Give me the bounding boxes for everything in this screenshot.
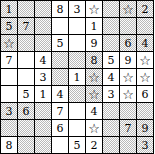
cell-r3c4: 5	[52, 35, 68, 51]
cell-r6c7: 3	[103, 86, 119, 102]
cell-r5c4[interactable]	[52, 69, 68, 85]
star-icon: ☆	[122, 88, 134, 101]
cell-r6c3: 1	[35, 86, 51, 102]
cell-r7c5[interactable]	[69, 103, 85, 119]
cell-r6c4: 4	[52, 86, 68, 102]
cell-r4c6: 8	[86, 52, 102, 68]
cell-r6c5[interactable]	[69, 86, 85, 102]
cell-r9c5: 5	[69, 137, 85, 153]
star-icon: ☆	[88, 71, 100, 84]
cell-r2c5[interactable]	[69, 18, 85, 34]
star-icon: ☆	[88, 3, 100, 16]
cell-r5c2[interactable]	[18, 69, 34, 85]
cell-r6c1[interactable]	[1, 86, 17, 102]
cell-r2c9[interactable]	[137, 18, 153, 34]
cell-r8c1[interactable]	[1, 120, 17, 136]
cell-r8c6: ☆	[86, 120, 102, 136]
cell-r5c6: ☆	[86, 69, 102, 85]
cell-r8c5[interactable]	[69, 120, 85, 136]
cell-r3c6: 9	[86, 35, 102, 51]
cell-r8c2[interactable]	[18, 120, 34, 136]
cell-r1c8: ☆	[120, 1, 136, 17]
cell-r7c6: 4	[86, 103, 102, 119]
cell-r9c1: 8	[1, 137, 17, 153]
cell-r1c9: 2	[137, 1, 153, 17]
cell-r2c3[interactable]	[35, 18, 51, 34]
cell-r1c2[interactable]	[18, 1, 34, 17]
cell-r9c8[interactable]	[120, 137, 136, 153]
star-icon: ☆	[122, 3, 134, 16]
star-icon: ☆	[88, 122, 100, 135]
cell-r5c5: 1	[69, 69, 85, 85]
cell-r3c7[interactable]	[103, 35, 119, 51]
cell-r4c1: 7	[1, 52, 17, 68]
cell-r2c6: 1	[86, 18, 102, 34]
cell-r4c2[interactable]	[18, 52, 34, 68]
cell-r7c1: 3	[1, 103, 17, 119]
cell-r9c3[interactable]	[35, 137, 51, 153]
cell-r6c6: ☆	[86, 86, 102, 102]
star-icon: ☆	[3, 37, 15, 50]
star-icon: ☆	[88, 88, 100, 101]
cell-r7c3[interactable]	[35, 103, 51, 119]
cell-r4c5[interactable]	[69, 52, 85, 68]
cell-r7c4: 7	[52, 103, 68, 119]
cell-r3c8: 6	[120, 35, 136, 51]
cell-r9c2[interactable]	[18, 137, 34, 153]
cell-r5c3: 3	[35, 69, 51, 85]
cell-r7c9[interactable]	[137, 103, 153, 119]
cell-r9c4[interactable]	[52, 137, 68, 153]
cell-r5c8: ☆	[120, 69, 136, 85]
cell-r1c4: 8	[52, 1, 68, 17]
cell-r1c7[interactable]	[103, 1, 119, 17]
cell-r8c7[interactable]	[103, 120, 119, 136]
cell-r3c5[interactable]	[69, 35, 85, 51]
cell-r4c7: 5	[103, 52, 119, 68]
cell-r2c4[interactable]	[52, 18, 68, 34]
cell-r2c1: 5	[1, 18, 17, 34]
cell-r7c8[interactable]	[120, 103, 136, 119]
cell-r8c8: 7	[120, 120, 136, 136]
cell-r8c9: 9	[137, 120, 153, 136]
cell-r3c3[interactable]	[35, 35, 51, 51]
cell-r6c8: ☆	[120, 86, 136, 102]
cell-r2c8[interactable]	[120, 18, 136, 34]
cell-r4c8: 9	[120, 52, 136, 68]
cell-r1c6: ☆	[86, 1, 102, 17]
cell-r1c3[interactable]	[35, 1, 51, 17]
cell-r9c9: 3	[137, 137, 153, 153]
cell-r6c2: 5	[18, 86, 34, 102]
cell-r6c9: 6	[137, 86, 153, 102]
cell-r5c7: 4	[103, 69, 119, 85]
cell-r3c2[interactable]	[18, 35, 34, 51]
cell-r1c5: 3	[69, 1, 85, 17]
cell-r3c1: ☆	[1, 35, 17, 51]
cell-r4c3: 4	[35, 52, 51, 68]
cell-r2c2: 7	[18, 18, 34, 34]
cell-r4c4[interactable]	[52, 52, 68, 68]
star-icon: ☆	[122, 71, 134, 84]
cell-r3c9: 4	[137, 35, 153, 51]
cell-r7c7[interactable]	[103, 103, 119, 119]
cell-r9c7[interactable]	[103, 137, 119, 153]
cell-r8c3[interactable]	[35, 120, 51, 136]
cell-r1c1: 1	[1, 1, 17, 17]
cell-r2c7[interactable]	[103, 18, 119, 34]
star-icon: ☆	[139, 54, 151, 67]
star-icon: ☆	[139, 71, 151, 84]
cell-r4c9: ☆	[137, 52, 153, 68]
cell-r7c2: 6	[18, 103, 34, 119]
cell-r5c9: ☆	[137, 69, 153, 85]
sudoku-board: 183☆☆2571☆596474859☆31☆4☆☆514☆3☆636746☆7…	[0, 0, 154, 154]
cell-r9c6: 2	[86, 137, 102, 153]
cell-r5c1[interactable]	[1, 69, 17, 85]
cell-r8c4: 6	[52, 120, 68, 136]
